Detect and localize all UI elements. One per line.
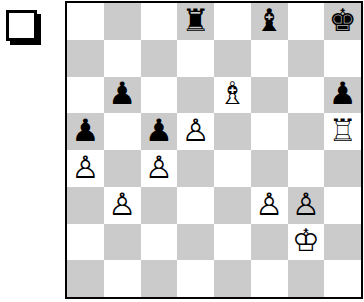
piece-black-pawn[interactable]: ♟ bbox=[108, 78, 136, 109]
square-c2[interactable] bbox=[141, 224, 178, 261]
square-c4[interactable]: ♙ bbox=[141, 150, 178, 187]
square-e4[interactable] bbox=[214, 150, 251, 187]
square-h7[interactable] bbox=[324, 40, 361, 77]
piece-white-king[interactable]: ♔ bbox=[292, 225, 320, 256]
square-d4[interactable] bbox=[177, 150, 214, 187]
square-a1[interactable] bbox=[67, 260, 104, 297]
square-b1[interactable] bbox=[104, 260, 141, 297]
square-f5[interactable] bbox=[251, 113, 288, 150]
square-c5[interactable]: ♟ bbox=[141, 113, 178, 150]
square-g3[interactable]: ♙ bbox=[288, 187, 325, 224]
square-a5[interactable]: ♟ bbox=[67, 113, 104, 150]
square-e7[interactable] bbox=[214, 40, 251, 77]
piece-white-pawn[interactable]: ♙ bbox=[292, 189, 320, 220]
square-f6[interactable] bbox=[251, 77, 288, 114]
square-h2[interactable] bbox=[324, 224, 361, 261]
piece-white-pawn[interactable]: ♙ bbox=[255, 189, 283, 220]
piece-black-pawn[interactable]: ♟ bbox=[145, 115, 173, 146]
square-d3[interactable] bbox=[177, 187, 214, 224]
square-b5[interactable] bbox=[104, 113, 141, 150]
square-c8[interactable] bbox=[141, 3, 178, 40]
square-h1[interactable] bbox=[324, 260, 361, 297]
square-d2[interactable] bbox=[177, 224, 214, 261]
square-f1[interactable] bbox=[251, 260, 288, 297]
square-d6[interactable] bbox=[177, 77, 214, 114]
square-e6[interactable]: ♗ bbox=[214, 77, 251, 114]
square-b8[interactable] bbox=[104, 3, 141, 40]
square-b6[interactable]: ♟ bbox=[104, 77, 141, 114]
square-b4[interactable] bbox=[104, 150, 141, 187]
chess-diagram: ♜♝♚♟♗♟♟♟♙♖♙♙♙♙♙♔ bbox=[0, 0, 364, 302]
chess-board: ♜♝♚♟♗♟♟♟♙♖♙♙♙♙♙♔ bbox=[65, 1, 363, 299]
square-e3[interactable] bbox=[214, 187, 251, 224]
square-b2[interactable] bbox=[104, 224, 141, 261]
square-g1[interactable] bbox=[288, 260, 325, 297]
piece-white-bishop[interactable]: ♗ bbox=[218, 78, 246, 109]
piece-black-bishop[interactable]: ♝ bbox=[255, 5, 283, 36]
square-c1[interactable] bbox=[141, 260, 178, 297]
piece-white-pawn[interactable]: ♙ bbox=[145, 152, 173, 183]
square-g2[interactable]: ♔ bbox=[288, 224, 325, 261]
piece-black-pawn[interactable]: ♟ bbox=[329, 78, 357, 109]
square-g8[interactable] bbox=[288, 3, 325, 40]
piece-white-pawn[interactable]: ♙ bbox=[108, 189, 136, 220]
square-a8[interactable] bbox=[67, 3, 104, 40]
square-h5[interactable]: ♖ bbox=[324, 113, 361, 150]
square-g5[interactable] bbox=[288, 113, 325, 150]
square-f7[interactable] bbox=[251, 40, 288, 77]
square-b7[interactable] bbox=[104, 40, 141, 77]
square-b3[interactable]: ♙ bbox=[104, 187, 141, 224]
square-g4[interactable] bbox=[288, 150, 325, 187]
square-a4[interactable]: ♙ bbox=[67, 150, 104, 187]
piece-white-pawn[interactable]: ♙ bbox=[182, 115, 210, 146]
square-d8[interactable]: ♜ bbox=[177, 3, 214, 40]
square-e2[interactable] bbox=[214, 224, 251, 261]
square-e5[interactable] bbox=[214, 113, 251, 150]
square-c3[interactable] bbox=[141, 187, 178, 224]
piece-white-rook[interactable]: ♖ bbox=[329, 115, 357, 146]
square-h8[interactable]: ♚ bbox=[324, 3, 361, 40]
piece-white-pawn[interactable]: ♙ bbox=[71, 152, 99, 183]
square-d5[interactable]: ♙ bbox=[177, 113, 214, 150]
piece-black-king[interactable]: ♚ bbox=[329, 5, 357, 36]
square-f3[interactable]: ♙ bbox=[251, 187, 288, 224]
square-e8[interactable] bbox=[214, 3, 251, 40]
square-a3[interactable] bbox=[67, 187, 104, 224]
square-h4[interactable] bbox=[324, 150, 361, 187]
square-g7[interactable] bbox=[288, 40, 325, 77]
piece-black-pawn[interactable]: ♟ bbox=[71, 115, 99, 146]
square-h3[interactable] bbox=[324, 187, 361, 224]
square-a2[interactable] bbox=[67, 224, 104, 261]
square-h6[interactable]: ♟ bbox=[324, 77, 361, 114]
square-d1[interactable] bbox=[177, 260, 214, 297]
square-f2[interactable] bbox=[251, 224, 288, 261]
square-a7[interactable] bbox=[67, 40, 104, 77]
square-f8[interactable]: ♝ bbox=[251, 3, 288, 40]
square-f4[interactable] bbox=[251, 150, 288, 187]
square-a6[interactable] bbox=[67, 77, 104, 114]
square-d7[interactable] bbox=[177, 40, 214, 77]
square-e1[interactable] bbox=[214, 260, 251, 297]
white-to-move-indicator bbox=[6, 10, 37, 41]
square-g6[interactable] bbox=[288, 77, 325, 114]
square-c6[interactable] bbox=[141, 77, 178, 114]
piece-black-rook[interactable]: ♜ bbox=[182, 5, 210, 36]
square-c7[interactable] bbox=[141, 40, 178, 77]
